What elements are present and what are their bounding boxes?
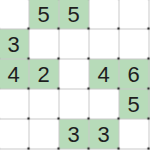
cell-r6c4[interactable] [89,149,119,151]
cell-r4c5[interactable]: 5 [119,89,149,119]
cell-r1c2[interactable]: 5 [29,0,59,29]
cell-value: 6 [127,63,139,85]
cell-value: 3 [97,123,109,145]
cell-r3c6[interactable] [149,59,151,89]
cell-r6c3[interactable] [59,149,89,151]
puzzle-board: 5534246533 [0,0,150,150]
cell-r4c1[interactable] [0,89,29,119]
cell-r2c6[interactable] [149,29,151,59]
cell-r5c1[interactable] [0,119,29,149]
cell-value: 4 [97,63,109,85]
cell-value: 3 [67,123,79,145]
cell-r3c2[interactable]: 2 [29,59,59,89]
cell-r2c4[interactable] [89,29,119,59]
cell-r3c1[interactable]: 4 [0,59,29,89]
cell-value: 3 [7,33,19,55]
cell-r2c5[interactable] [119,29,149,59]
cell-value: 2 [37,63,49,85]
cell-r2c2[interactable] [29,29,59,59]
cell-r1c4[interactable] [89,0,119,29]
cell-r6c5[interactable] [119,149,149,151]
cell-r5c2[interactable] [29,119,59,149]
cell-value: 5 [37,3,49,25]
cell-r4c6[interactable] [149,89,151,119]
cell-value: 5 [127,93,139,115]
cell-r3c4[interactable]: 4 [89,59,119,89]
cell-r4c4[interactable] [89,89,119,119]
cell-r1c3[interactable]: 5 [59,0,89,29]
cell-grid: 5534246533 [0,0,150,150]
cell-r5c5[interactable] [119,119,149,149]
cell-r3c5[interactable]: 6 [119,59,149,89]
cell-r2c3[interactable] [59,29,89,59]
cell-r2c1[interactable]: 3 [0,29,29,59]
cell-r6c1[interactable] [0,149,29,151]
cell-r5c3[interactable]: 3 [59,119,89,149]
cell-r1c6[interactable] [149,0,151,29]
cell-r4c3[interactable] [59,89,89,119]
cell-r1c1[interactable] [0,0,29,29]
cell-r1c5[interactable] [119,0,149,29]
cell-r6c6[interactable] [149,149,151,151]
cell-r6c2[interactable] [29,149,59,151]
cell-value: 5 [67,3,79,25]
cell-r5c4[interactable]: 3 [89,119,119,149]
cell-value: 4 [7,63,19,85]
cell-r5c6[interactable] [149,119,151,149]
cell-r4c2[interactable] [29,89,59,119]
cell-r3c3[interactable] [59,59,89,89]
